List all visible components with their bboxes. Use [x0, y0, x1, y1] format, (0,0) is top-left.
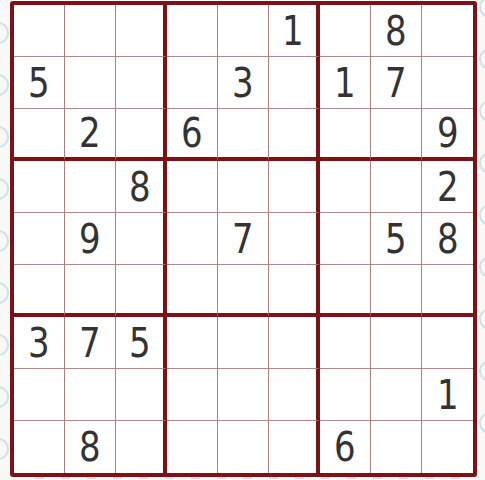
cell-r5c9[interactable]: 8 — [422, 213, 473, 265]
cell-digit: 1 — [437, 375, 459, 415]
cell-digit: 8 — [385, 11, 407, 51]
cell-r7c6[interactable] — [269, 317, 320, 369]
cell-r3c5[interactable] — [218, 109, 269, 161]
cell-r6c3[interactable] — [116, 265, 167, 317]
cell-r3c7[interactable] — [320, 109, 371, 161]
cell-digit: 7 — [385, 63, 407, 103]
cell-r5c5[interactable]: 7 — [218, 213, 269, 265]
cell-r6c1[interactable] — [14, 265, 65, 317]
cell-digit: 6 — [334, 427, 356, 467]
cell-r3c1[interactable] — [14, 109, 65, 161]
cell-r1c5[interactable] — [218, 5, 269, 57]
cell-r3c3[interactable] — [116, 109, 167, 161]
background-tick — [139, 477, 148, 479]
background-tick — [243, 477, 252, 479]
background-tick — [321, 477, 330, 479]
cell-r1c7[interactable] — [320, 5, 371, 57]
background-arc-left — [0, 74, 9, 96]
background-tick — [373, 477, 382, 479]
background-tick — [35, 477, 44, 479]
cell-r2c6[interactable] — [269, 57, 320, 109]
cell-r5c1[interactable] — [14, 213, 65, 265]
cell-r4c6[interactable] — [269, 161, 320, 213]
cell-r4c1[interactable] — [14, 161, 65, 213]
cell-digit: 9 — [79, 219, 101, 259]
cell-r8c4[interactable] — [167, 369, 218, 421]
cell-r1c2[interactable] — [65, 5, 116, 57]
background-arc-right — [479, 48, 485, 70]
cell-digit: 3 — [232, 63, 254, 103]
cell-r6c6[interactable] — [269, 265, 320, 317]
cell-r3c4[interactable]: 6 — [167, 109, 218, 161]
cell-r1c9[interactable] — [422, 5, 473, 57]
cell-r5c2[interactable]: 9 — [65, 213, 116, 265]
cell-digit: 5 — [385, 219, 407, 259]
cell-r9c5[interactable] — [218, 421, 269, 473]
cell-r2c8[interactable]: 7 — [371, 57, 422, 109]
background-arc-left — [0, 282, 9, 304]
cell-r5c4[interactable] — [167, 213, 218, 265]
cell-r9c4[interactable] — [167, 421, 218, 473]
cell-r6c7[interactable] — [320, 265, 371, 317]
cell-r7c8[interactable] — [371, 317, 422, 369]
cell-r8c2[interactable] — [65, 369, 116, 421]
cell-r4c2[interactable] — [65, 161, 116, 213]
cell-r7c9[interactable] — [422, 317, 473, 369]
background-tick — [191, 477, 200, 479]
cell-r6c8[interactable] — [371, 265, 422, 317]
background-tick — [113, 477, 122, 479]
cell-r3c6[interactable] — [269, 109, 320, 161]
cell-digit: 7 — [79, 323, 101, 363]
cell-digit: 3 — [28, 323, 50, 363]
background-tick — [295, 477, 304, 479]
background-arc-right — [479, 308, 485, 330]
cell-r1c3[interactable] — [116, 5, 167, 57]
cell-digit: 7 — [232, 219, 254, 259]
cell-digit: 5 — [129, 323, 151, 363]
cell-r9c3[interactable] — [116, 421, 167, 473]
cell-r9c7[interactable]: 6 — [320, 421, 371, 473]
cell-r8c6[interactable] — [269, 369, 320, 421]
cell-digit: 8 — [129, 167, 151, 207]
sudoku-board: 185317269829758375186 — [10, 1, 477, 477]
cell-r5c7[interactable] — [320, 213, 371, 265]
background-arc-left — [0, 22, 9, 44]
background-arc-left — [0, 438, 9, 460]
cell-r2c4[interactable] — [167, 57, 218, 109]
cell-r7c7[interactable] — [320, 317, 371, 369]
cell-r2c2[interactable] — [65, 57, 116, 109]
background-tick — [399, 477, 408, 479]
cell-r3c9[interactable]: 9 — [422, 109, 473, 161]
cell-r7c4[interactable] — [167, 317, 218, 369]
background-tick — [61, 477, 70, 479]
cell-r8c7[interactable] — [320, 369, 371, 421]
cell-r5c3[interactable] — [116, 213, 167, 265]
cell-r5c8[interactable]: 5 — [371, 213, 422, 265]
background-tick — [269, 477, 278, 479]
cell-r6c5[interactable] — [218, 265, 269, 317]
cell-digit: 8 — [79, 427, 101, 467]
background-arc-right — [479, 0, 485, 18]
cell-r7c3[interactable]: 5 — [116, 317, 167, 369]
cell-r7c2[interactable]: 7 — [65, 317, 116, 369]
cell-r6c4[interactable] — [167, 265, 218, 317]
cell-digit: 1 — [282, 11, 304, 51]
background-arc-left — [0, 334, 9, 356]
cell-r2c9[interactable] — [422, 57, 473, 109]
background-arc-right — [479, 360, 485, 382]
cell-r2c5[interactable]: 3 — [218, 57, 269, 109]
cell-r4c3[interactable]: 8 — [116, 161, 167, 213]
background-tick — [425, 477, 434, 479]
cell-r2c3[interactable] — [116, 57, 167, 109]
background-arc-left — [0, 126, 9, 148]
cell-digit: 5 — [28, 63, 50, 103]
cell-r9c6[interactable] — [269, 421, 320, 473]
cell-r3c2[interactable]: 2 — [65, 109, 116, 161]
cell-r1c6[interactable]: 1 — [269, 5, 320, 57]
background-tick — [87, 477, 96, 479]
cell-r4c8[interactable] — [371, 161, 422, 213]
cell-digit: 1 — [334, 63, 356, 103]
cell-digit: 6 — [181, 113, 203, 153]
background-arc-right — [479, 204, 485, 226]
cell-r8c9[interactable]: 1 — [422, 369, 473, 421]
background-tick — [451, 477, 460, 479]
cell-r8c8[interactable] — [371, 369, 422, 421]
cell-r8c5[interactable] — [218, 369, 269, 421]
sudoku-grid: 185317269829758375186 — [14, 5, 473, 473]
cell-r4c5[interactable] — [218, 161, 269, 213]
cell-r2c1[interactable]: 5 — [14, 57, 65, 109]
cell-r4c7[interactable] — [320, 161, 371, 213]
background-arc-left — [0, 386, 9, 408]
cell-r1c1[interactable] — [14, 5, 65, 57]
background-arc-right — [479, 100, 485, 122]
cell-r4c9[interactable]: 2 — [422, 161, 473, 213]
cell-digit: 8 — [437, 219, 459, 259]
background-arc-left — [0, 230, 9, 252]
cell-r6c2[interactable] — [65, 265, 116, 317]
background-tick — [347, 477, 356, 479]
cell-r9c8[interactable] — [371, 421, 422, 473]
cell-r2c7[interactable]: 1 — [320, 57, 371, 109]
cell-r5c6[interactable] — [269, 213, 320, 265]
cell-r8c1[interactable] — [14, 369, 65, 421]
cell-r1c4[interactable] — [167, 5, 218, 57]
background-tick — [217, 477, 226, 479]
cell-digit: 9 — [437, 113, 459, 153]
cell-r9c2[interactable]: 8 — [65, 421, 116, 473]
cell-r9c9[interactable] — [422, 421, 473, 473]
cell-r1c8[interactable]: 8 — [371, 5, 422, 57]
cell-digit: 2 — [437, 167, 459, 207]
cell-r4c4[interactable] — [167, 161, 218, 213]
cell-r7c1[interactable]: 3 — [14, 317, 65, 369]
background-arc-right — [479, 412, 485, 434]
background-tick — [165, 477, 174, 479]
cell-r9c1[interactable] — [14, 421, 65, 473]
cell-r7c5[interactable] — [218, 317, 269, 369]
cell-r3c8[interactable] — [371, 109, 422, 161]
cell-r8c3[interactable] — [116, 369, 167, 421]
background-arc-right — [479, 256, 485, 278]
background-arc-left — [0, 178, 9, 200]
cell-r6c9[interactable] — [422, 265, 473, 317]
cell-digit: 2 — [79, 113, 101, 153]
background-arc-right — [479, 152, 485, 174]
